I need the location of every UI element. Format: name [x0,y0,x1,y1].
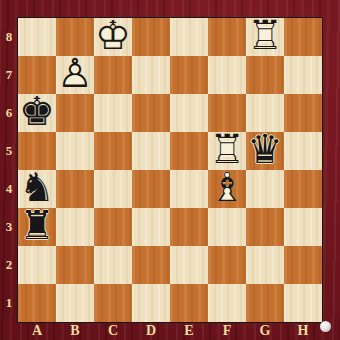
knight-glyph: ♞ [18,167,56,207]
square-e5[interactable] [170,132,208,170]
square-b5[interactable] [56,132,94,170]
square-b6[interactable] [56,94,94,132]
square-f1[interactable] [208,284,246,322]
rank-label-8: 8 [0,18,18,56]
rank-label-3: 3 [0,208,18,246]
square-c7[interactable] [94,56,132,94]
piece-black-queen[interactable]: ♛ [246,132,284,170]
square-b2[interactable] [56,246,94,284]
square-c3[interactable] [94,208,132,246]
square-b7[interactable]: ♟♙ [56,56,94,94]
square-h4[interactable] [284,170,322,208]
chess-diagram-frame: 87654321 ♚♔♜♖♟♙♚♜♖♛♞♝♗♜ ABCDEFGH [0,0,340,340]
square-h8[interactable] [284,18,322,56]
file-label-d: D [132,322,170,340]
square-c4[interactable] [94,170,132,208]
square-d7[interactable] [132,56,170,94]
square-b4[interactable] [56,170,94,208]
queen-glyph: ♛ [246,129,284,169]
piece-black-rook[interactable]: ♜ [18,208,56,246]
square-h7[interactable] [284,56,322,94]
square-e7[interactable] [170,56,208,94]
piece-white-pawn[interactable]: ♟♙ [56,56,94,94]
square-h2[interactable] [284,246,322,284]
piece-white-rook[interactable]: ♜♖ [246,18,284,56]
square-e8[interactable] [170,18,208,56]
square-e2[interactable] [170,246,208,284]
square-b3[interactable] [56,208,94,246]
square-a6[interactable]: ♚ [18,94,56,132]
square-g1[interactable] [246,284,284,322]
file-label-g: G [246,322,284,340]
piece-black-king[interactable]: ♚ [18,94,56,132]
king-outline-glyph: ♔ [94,15,132,55]
square-e1[interactable] [170,284,208,322]
piece-white-king[interactable]: ♚♔ [94,18,132,56]
square-a8[interactable] [18,18,56,56]
rank-label-7: 7 [0,56,18,94]
square-f7[interactable] [208,56,246,94]
square-d8[interactable] [132,18,170,56]
square-g3[interactable] [246,208,284,246]
file-label-b: B [56,322,94,340]
square-b1[interactable] [56,284,94,322]
square-f2[interactable] [208,246,246,284]
rank-label-4: 4 [0,170,18,208]
square-h6[interactable] [284,94,322,132]
square-f3[interactable] [208,208,246,246]
square-e6[interactable] [170,94,208,132]
rank-label-5: 5 [0,132,18,170]
square-g5[interactable]: ♛ [246,132,284,170]
square-e3[interactable] [170,208,208,246]
square-d6[interactable] [132,94,170,132]
king-glyph: ♚ [18,91,56,131]
square-f4[interactable]: ♝♗ [208,170,246,208]
square-c6[interactable] [94,94,132,132]
rook-glyph: ♜ [18,205,56,245]
square-d2[interactable] [132,246,170,284]
board: ♚♔♜♖♟♙♚♜♖♛♞♝♗♜ [18,18,322,322]
square-h5[interactable] [284,132,322,170]
square-d4[interactable] [132,170,170,208]
square-a2[interactable] [18,246,56,284]
square-g7[interactable] [246,56,284,94]
square-d1[interactable] [132,284,170,322]
rank-label-2: 2 [0,246,18,284]
file-labels: ABCDEFGH [18,322,322,340]
rook-outline-glyph: ♖ [208,129,246,169]
square-c1[interactable] [94,284,132,322]
square-h1[interactable] [284,284,322,322]
file-label-a: A [18,322,56,340]
pawn-outline-glyph: ♙ [56,53,94,93]
file-label-h: H [284,322,322,340]
rank-labels: 87654321 [0,18,18,322]
rank-label-1: 1 [0,284,18,322]
rank-label-6: 6 [0,94,18,132]
file-label-e: E [170,322,208,340]
square-e4[interactable] [170,170,208,208]
file-label-c: C [94,322,132,340]
square-c8[interactable]: ♚♔ [94,18,132,56]
square-g4[interactable] [246,170,284,208]
bishop-outline-glyph: ♗ [208,167,246,207]
white-to-move-indicator-icon [320,321,331,332]
square-g2[interactable] [246,246,284,284]
square-g8[interactable]: ♜♖ [246,18,284,56]
square-c2[interactable] [94,246,132,284]
square-f8[interactable] [208,18,246,56]
square-a3[interactable]: ♜ [18,208,56,246]
piece-white-bishop[interactable]: ♝♗ [208,170,246,208]
file-label-f: F [208,322,246,340]
rook-outline-glyph: ♖ [246,15,284,55]
square-d3[interactable] [132,208,170,246]
square-d5[interactable] [132,132,170,170]
square-c5[interactable] [94,132,132,170]
square-a1[interactable] [18,284,56,322]
square-h3[interactable] [284,208,322,246]
